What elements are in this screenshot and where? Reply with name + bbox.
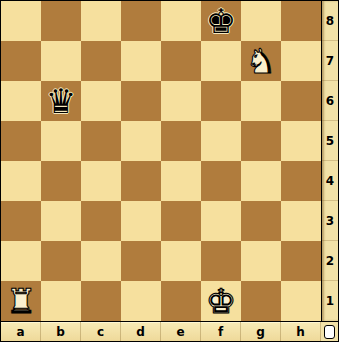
square-f3[interactable] [201, 201, 241, 241]
square-h7[interactable] [281, 41, 321, 81]
file-label-e: e [161, 322, 201, 341]
square-g7[interactable]: ♞ [241, 41, 281, 81]
file-label-f: f [201, 322, 241, 341]
square-b4[interactable] [41, 161, 81, 201]
square-f4[interactable] [201, 161, 241, 201]
square-h6[interactable] [281, 81, 321, 121]
square-b1[interactable] [41, 281, 81, 321]
square-a1[interactable]: ♜ [1, 281, 41, 321]
square-e2[interactable] [161, 241, 201, 281]
square-e6[interactable] [161, 81, 201, 121]
square-b2[interactable] [41, 241, 81, 281]
square-a6[interactable] [1, 81, 41, 121]
square-e5[interactable] [161, 121, 201, 161]
file-label-b: b [41, 322, 81, 341]
square-a4[interactable] [1, 161, 41, 201]
file-labels: abcdefgh [1, 322, 321, 341]
rank-label-2: 2 [322, 241, 338, 281]
square-b3[interactable] [41, 201, 81, 241]
square-c5[interactable] [81, 121, 121, 161]
square-c3[interactable] [81, 201, 121, 241]
square-d6[interactable] [121, 81, 161, 121]
file-label-c: c [81, 322, 121, 341]
square-g6[interactable] [241, 81, 281, 121]
file-label-a: a [1, 322, 41, 341]
square-h1[interactable] [281, 281, 321, 321]
file-label-row: abcdefgh [1, 321, 338, 341]
square-g4[interactable] [241, 161, 281, 201]
board-row: ♚♞♛♜♚ 87654321 [1, 1, 338, 321]
square-h3[interactable] [281, 201, 321, 241]
square-d7[interactable] [121, 41, 161, 81]
square-d8[interactable] [121, 1, 161, 41]
chess-diagram: ♚♞♛♜♚ 87654321 abcdefgh [0, 0, 339, 342]
rank-label-4: 4 [322, 161, 338, 201]
square-c6[interactable] [81, 81, 121, 121]
square-f6[interactable] [201, 81, 241, 121]
white-to-move-indicator [324, 325, 335, 339]
square-a5[interactable] [1, 121, 41, 161]
white-king[interactable]: ♚ [206, 281, 236, 321]
square-h2[interactable] [281, 241, 321, 281]
turn-indicator-cell [321, 322, 338, 341]
square-g2[interactable] [241, 241, 281, 281]
square-f7[interactable] [201, 41, 241, 81]
square-h5[interactable] [281, 121, 321, 161]
file-label-g: g [241, 322, 281, 341]
square-g8[interactable] [241, 1, 281, 41]
square-c7[interactable] [81, 41, 121, 81]
square-g1[interactable] [241, 281, 281, 321]
square-a7[interactable] [1, 41, 41, 81]
rank-label-6: 6 [322, 81, 338, 121]
square-h8[interactable] [281, 1, 321, 41]
square-d4[interactable] [121, 161, 161, 201]
square-a3[interactable] [1, 201, 41, 241]
square-e1[interactable] [161, 281, 201, 321]
square-d2[interactable] [121, 241, 161, 281]
square-c8[interactable] [81, 1, 121, 41]
rank-label-8: 8 [322, 1, 338, 41]
square-c1[interactable] [81, 281, 121, 321]
black-king[interactable]: ♚ [206, 1, 236, 41]
square-f1[interactable]: ♚ [201, 281, 241, 321]
square-g3[interactable] [241, 201, 281, 241]
square-f2[interactable] [201, 241, 241, 281]
square-d3[interactable] [121, 201, 161, 241]
square-e4[interactable] [161, 161, 201, 201]
square-h4[interactable] [281, 161, 321, 201]
rank-label-1: 1 [322, 281, 338, 321]
square-d5[interactable] [121, 121, 161, 161]
rank-label-5: 5 [322, 121, 338, 161]
file-label-h: h [281, 322, 321, 341]
rank-label-7: 7 [322, 41, 338, 81]
square-b8[interactable] [41, 1, 81, 41]
square-b6[interactable]: ♛ [41, 81, 81, 121]
white-knight[interactable]: ♞ [246, 41, 276, 81]
square-e7[interactable] [161, 41, 201, 81]
file-label-d: d [121, 322, 161, 341]
white-rook[interactable]: ♜ [6, 281, 36, 321]
square-b5[interactable] [41, 121, 81, 161]
square-c4[interactable] [81, 161, 121, 201]
square-c2[interactable] [81, 241, 121, 281]
square-e3[interactable] [161, 201, 201, 241]
square-g5[interactable] [241, 121, 281, 161]
square-e8[interactable] [161, 1, 201, 41]
square-a8[interactable] [1, 1, 41, 41]
black-queen[interactable]: ♛ [46, 81, 76, 121]
square-d1[interactable] [121, 281, 161, 321]
rank-labels: 87654321 [321, 1, 338, 321]
rank-label-3: 3 [322, 201, 338, 241]
chess-board: ♚♞♛♜♚ [1, 1, 321, 321]
square-b7[interactable] [41, 41, 81, 81]
square-f8[interactable]: ♚ [201, 1, 241, 41]
square-f5[interactable] [201, 121, 241, 161]
square-a2[interactable] [1, 241, 41, 281]
